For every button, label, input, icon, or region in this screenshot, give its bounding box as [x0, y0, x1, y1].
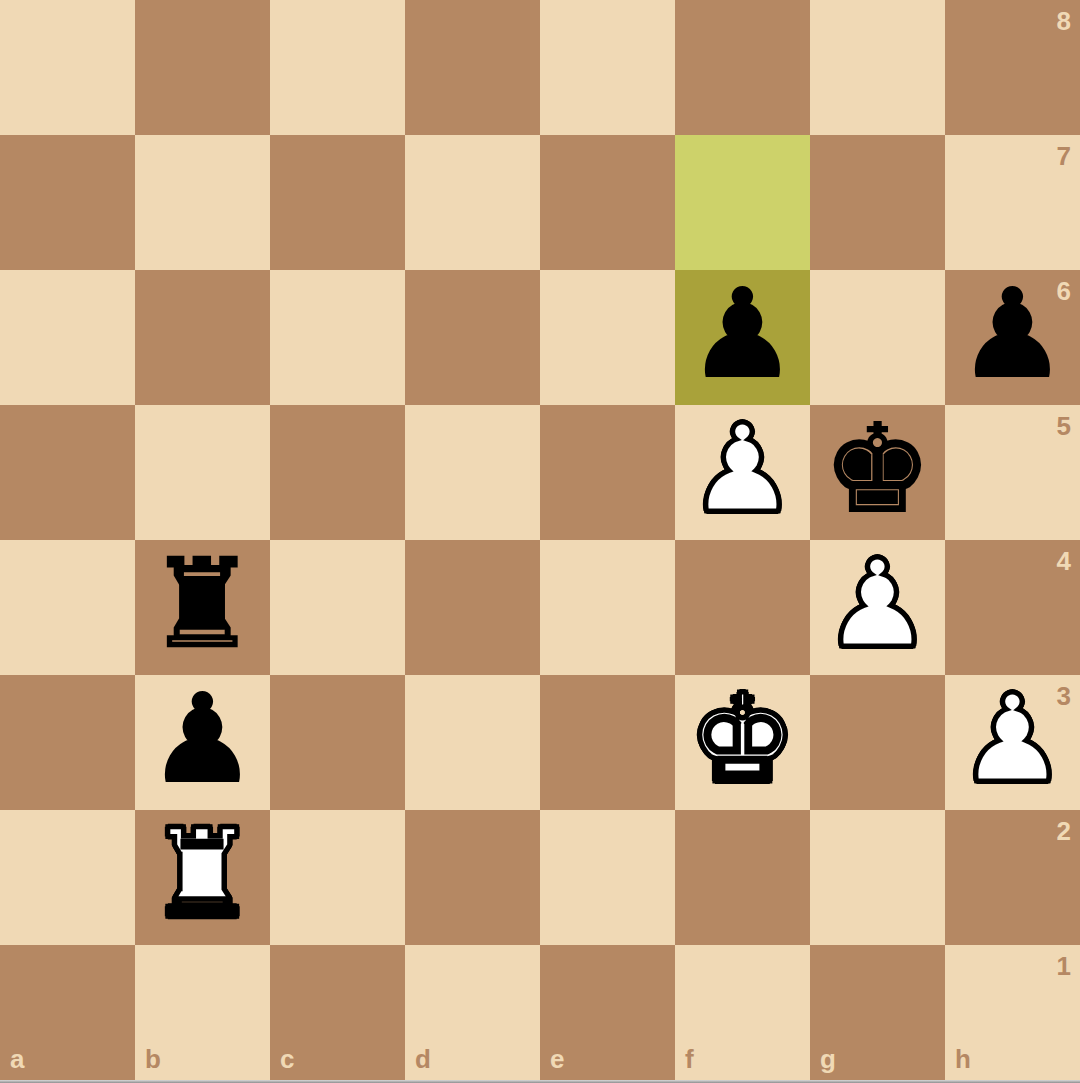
square-g2[interactable] [810, 810, 945, 945]
square-a7[interactable] [0, 135, 135, 270]
square-h5[interactable]: 5 [945, 405, 1080, 540]
square-h7[interactable]: 7 [945, 135, 1080, 270]
square-b6[interactable] [135, 270, 270, 405]
square-h1[interactable]: 1h [945, 945, 1080, 1080]
square-e4[interactable] [540, 540, 675, 675]
square-c3[interactable] [270, 675, 405, 810]
square-a8[interactable] [0, 0, 135, 135]
square-d1[interactable]: d [405, 945, 540, 1080]
square-a6[interactable] [0, 270, 135, 405]
square-e7[interactable] [540, 135, 675, 270]
square-g3[interactable] [810, 675, 945, 810]
coord-file-a: a [10, 1046, 24, 1072]
square-a5[interactable] [0, 405, 135, 540]
black-pawn[interactable]: ♟ [688, 273, 797, 395]
square-h4[interactable]: 4 [945, 540, 1080, 675]
square-f5[interactable]: ♟ [675, 405, 810, 540]
coord-rank-5: 5 [1057, 413, 1071, 439]
square-f6[interactable]: ♟ [675, 270, 810, 405]
square-b5[interactable] [135, 405, 270, 540]
black-pawn[interactable]: ♟ [148, 678, 257, 800]
square-g7[interactable] [810, 135, 945, 270]
square-e5[interactable] [540, 405, 675, 540]
white-rook[interactable]: ♜ [148, 813, 257, 935]
square-h6[interactable]: 6♟ [945, 270, 1080, 405]
coord-rank-4: 4 [1057, 548, 1071, 574]
white-king[interactable]: ♚ [688, 678, 797, 800]
square-e6[interactable] [540, 270, 675, 405]
square-a2[interactable] [0, 810, 135, 945]
square-c8[interactable] [270, 0, 405, 135]
square-a3[interactable] [0, 675, 135, 810]
square-b1[interactable]: b [135, 945, 270, 1080]
coord-file-g: g [820, 1046, 836, 1072]
coord-rank-2: 2 [1057, 818, 1071, 844]
square-g1[interactable]: g [810, 945, 945, 1080]
square-e2[interactable] [540, 810, 675, 945]
square-d6[interactable] [405, 270, 540, 405]
square-h2[interactable]: 2 [945, 810, 1080, 945]
coord-file-f: f [685, 1046, 694, 1072]
coord-file-b: b [145, 1046, 161, 1072]
square-c7[interactable] [270, 135, 405, 270]
square-g5[interactable]: ♚ [810, 405, 945, 540]
square-b7[interactable] [135, 135, 270, 270]
square-f8[interactable] [675, 0, 810, 135]
square-d2[interactable] [405, 810, 540, 945]
black-pawn[interactable]: ♟ [958, 273, 1067, 395]
square-c5[interactable] [270, 405, 405, 540]
coord-file-d: d [415, 1046, 431, 1072]
square-e3[interactable] [540, 675, 675, 810]
coord-file-h: h [955, 1046, 971, 1072]
square-f3[interactable]: ♚ [675, 675, 810, 810]
square-d4[interactable] [405, 540, 540, 675]
square-b3[interactable]: ♟ [135, 675, 270, 810]
square-c1[interactable]: c [270, 945, 405, 1080]
black-king[interactable]: ♚ [823, 408, 932, 530]
coord-rank-8: 8 [1057, 8, 1071, 34]
square-f2[interactable] [675, 810, 810, 945]
square-b4[interactable]: ♜ [135, 540, 270, 675]
square-b8[interactable] [135, 0, 270, 135]
square-c4[interactable] [270, 540, 405, 675]
square-f4[interactable] [675, 540, 810, 675]
square-h8[interactable]: 8 [945, 0, 1080, 135]
square-c6[interactable] [270, 270, 405, 405]
square-g8[interactable] [810, 0, 945, 135]
coord-rank-7: 7 [1057, 143, 1071, 169]
chess-board: 87♟6♟♟♚5♜♟4♟♚3♟♜2abcdefg1h [0, 0, 1080, 1080]
square-g6[interactable] [810, 270, 945, 405]
square-a1[interactable]: a [0, 945, 135, 1080]
square-f7[interactable] [675, 135, 810, 270]
square-a4[interactable] [0, 540, 135, 675]
square-f1[interactable]: f [675, 945, 810, 1080]
coord-rank-1: 1 [1057, 953, 1071, 979]
black-rook[interactable]: ♜ [148, 543, 257, 665]
square-d7[interactable] [405, 135, 540, 270]
square-d8[interactable] [405, 0, 540, 135]
square-h3[interactable]: 3♟ [945, 675, 1080, 810]
coord-file-e: e [550, 1046, 564, 1072]
white-pawn[interactable]: ♟ [958, 678, 1067, 800]
square-e8[interactable] [540, 0, 675, 135]
square-d5[interactable] [405, 405, 540, 540]
white-pawn[interactable]: ♟ [823, 543, 932, 665]
square-c2[interactable] [270, 810, 405, 945]
square-e1[interactable]: e [540, 945, 675, 1080]
white-pawn[interactable]: ♟ [688, 408, 797, 530]
coord-file-c: c [280, 1046, 294, 1072]
square-d3[interactable] [405, 675, 540, 810]
square-g4[interactable]: ♟ [810, 540, 945, 675]
square-b2[interactable]: ♜ [135, 810, 270, 945]
